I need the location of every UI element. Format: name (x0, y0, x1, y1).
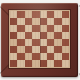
square-c5 (25, 32, 32, 39)
wood-grain-texture (40, 46, 47, 53)
wood-grain-texture (54, 25, 61, 32)
board-grid (10, 11, 69, 67)
square-h7 (62, 18, 69, 25)
square-h3 (62, 46, 69, 53)
wood-grain-texture (32, 60, 39, 67)
square-g3 (54, 46, 61, 53)
wood-grain-texture (17, 18, 24, 25)
wood-grain-texture (62, 39, 69, 46)
wood-grain-texture (17, 25, 24, 32)
wood-grain-texture (17, 39, 24, 46)
square-c6 (25, 25, 32, 32)
square-e8 (40, 11, 47, 18)
wood-grain-texture (10, 11, 17, 18)
wood-grain-texture (25, 32, 32, 39)
square-b6 (17, 25, 24, 32)
board-inlay-border (9, 10, 70, 68)
square-g4 (54, 39, 61, 46)
wood-grain-texture (25, 46, 32, 53)
square-h8 (62, 11, 69, 18)
wood-grain-texture (54, 18, 61, 25)
square-e2 (40, 53, 47, 60)
wood-grain-texture (17, 46, 24, 53)
square-a3 (10, 46, 17, 53)
square-b1 (17, 60, 24, 67)
wood-grain-texture (40, 39, 47, 46)
square-a6 (10, 25, 17, 32)
square-f5 (47, 32, 54, 39)
square-d3 (32, 46, 39, 53)
square-b5 (17, 32, 24, 39)
square-f6 (47, 25, 54, 32)
square-b4 (17, 39, 24, 46)
square-e4 (40, 39, 47, 46)
square-a5 (10, 32, 17, 39)
wood-grain-texture (32, 11, 39, 18)
wood-grain-texture (62, 46, 69, 53)
wood-grain-texture (10, 32, 17, 39)
square-g8 (54, 11, 61, 18)
square-f4 (47, 39, 54, 46)
square-f7 (47, 18, 54, 25)
wood-grain-texture (25, 53, 32, 60)
square-h2 (62, 53, 69, 60)
wood-grain-texture (32, 18, 39, 25)
square-c1 (25, 60, 32, 67)
wood-grain-texture (47, 39, 54, 46)
square-g7 (54, 18, 61, 25)
square-a2 (10, 53, 17, 60)
square-d1 (32, 60, 39, 67)
square-e3 (40, 46, 47, 53)
wood-grain-texture (10, 18, 17, 25)
wood-grain-texture (54, 11, 61, 18)
square-a8 (10, 11, 17, 18)
square-f1 (47, 60, 54, 67)
wood-grain-texture (54, 46, 61, 53)
wood-grain-texture (10, 39, 17, 46)
square-b3 (17, 46, 24, 53)
wood-grain-texture (40, 53, 47, 60)
square-b2 (17, 53, 24, 60)
wood-grain-texture (47, 18, 54, 25)
wood-grain-texture (10, 46, 17, 53)
wood-grain-texture (40, 32, 47, 39)
square-a7 (10, 18, 17, 25)
wood-grain-texture (40, 60, 47, 67)
square-b8 (17, 11, 24, 18)
square-g1 (54, 60, 61, 67)
wood-grain-texture (54, 39, 61, 46)
wood-grain-texture (25, 39, 32, 46)
wood-grain-texture (25, 11, 32, 18)
wood-grain-texture (47, 25, 54, 32)
wood-grain-texture (10, 25, 17, 32)
square-c4 (25, 39, 32, 46)
wood-grain-texture (40, 11, 47, 18)
wood-grain-texture (32, 53, 39, 60)
wood-grain-texture (32, 39, 39, 46)
wood-grain-texture (10, 60, 17, 67)
wood-grain-texture (62, 32, 69, 39)
wood-grain-texture (47, 46, 54, 53)
wood-grain-texture (10, 53, 17, 60)
wood-grain-texture (17, 32, 24, 39)
square-d8 (32, 11, 39, 18)
wood-grain-texture (25, 60, 32, 67)
square-d7 (32, 18, 39, 25)
square-d2 (32, 53, 39, 60)
square-g6 (54, 25, 61, 32)
wood-grain-texture (25, 25, 32, 32)
square-h5 (62, 32, 69, 39)
square-c2 (25, 53, 32, 60)
wood-grain-texture (40, 18, 47, 25)
square-b7 (17, 18, 24, 25)
frame-miter-top-right (79, 0, 80, 7)
square-e7 (40, 18, 47, 25)
square-f3 (47, 46, 54, 53)
wood-grain-texture (62, 53, 69, 60)
square-d6 (32, 25, 39, 32)
square-f2 (47, 53, 54, 60)
wood-grain-texture (47, 32, 54, 39)
wood-grain-texture (62, 25, 69, 32)
square-d4 (32, 39, 39, 46)
square-g2 (54, 53, 61, 60)
wood-grain-texture (62, 18, 69, 25)
wood-grain-texture (47, 53, 54, 60)
wood-grain-texture (54, 53, 61, 60)
square-a1 (10, 60, 17, 67)
wood-grain-texture (32, 46, 39, 53)
wood-grain-texture (54, 60, 61, 67)
square-c3 (25, 46, 32, 53)
wood-grain-texture (17, 11, 24, 18)
square-h4 (62, 39, 69, 46)
square-a4 (10, 39, 17, 46)
square-h1 (62, 60, 69, 67)
square-g5 (54, 32, 61, 39)
wood-grain-texture (32, 32, 39, 39)
wood-grain-texture (17, 60, 24, 67)
wood-grain-texture (62, 11, 69, 18)
frame-miter-bottom-right (79, 73, 80, 80)
square-e1 (40, 60, 47, 67)
wood-grain-texture (54, 32, 61, 39)
wood-grain-texture (17, 53, 24, 60)
square-c8 (25, 11, 32, 18)
square-c7 (25, 18, 32, 25)
square-e5 (40, 32, 47, 39)
square-h6 (62, 25, 69, 32)
wood-grain-texture (62, 60, 69, 67)
wood-grain-texture (47, 11, 54, 18)
wood-grain-texture (47, 60, 54, 67)
product-photo (0, 0, 80, 80)
square-e6 (40, 25, 47, 32)
square-d5 (32, 32, 39, 39)
wood-grain-texture (25, 18, 32, 25)
chess-board (1, 3, 78, 77)
square-f8 (47, 11, 54, 18)
wood-grain-texture (32, 25, 39, 32)
wood-grain-texture (40, 25, 47, 32)
